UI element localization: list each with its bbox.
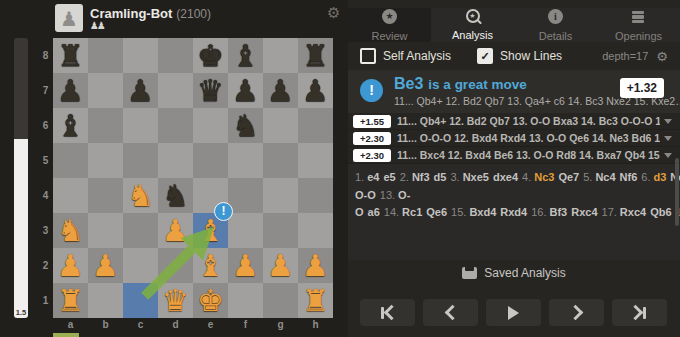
- layers-icon: [631, 9, 646, 28]
- square-d4[interactable]: ♞: [158, 178, 193, 213]
- black-knight-f6[interactable]: ♞: [228, 108, 263, 143]
- magnifier-icon: ★: [466, 9, 480, 27]
- tab-openings[interactable]: Openings: [597, 8, 680, 42]
- square-g8[interactable]: [263, 38, 298, 73]
- move-san-black[interactable]: Rxd4: [500, 206, 527, 218]
- file-label-h: h: [298, 319, 333, 332]
- file-label-b: b: [88, 319, 123, 332]
- board-settings-gear-icon[interactable]: ⚙: [327, 4, 340, 22]
- square-e8[interactable]: ♚: [193, 38, 228, 73]
- save-icon: [462, 267, 477, 279]
- move-san-black[interactable]: Rxc4: [571, 206, 597, 218]
- square-f5[interactable]: [228, 143, 263, 178]
- square-b6[interactable]: [88, 108, 123, 143]
- square-d1[interactable]: ♛: [158, 283, 193, 318]
- move-san-white[interactable]: Nc4: [595, 171, 615, 183]
- square-g1[interactable]: [263, 283, 298, 318]
- go-first-button[interactable]: [360, 299, 415, 326]
- move-san-black[interactable]: Qe7: [558, 171, 579, 183]
- square-b1[interactable]: [88, 283, 123, 318]
- black-pawn-c7[interactable]: ♟: [123, 73, 158, 108]
- avatar: ♟: [55, 4, 83, 32]
- rank-label-3: 3: [40, 213, 51, 248]
- analysis-settings-gear-icon[interactable]: ⚙: [656, 49, 668, 64]
- move-san-white[interactable]: Nc3: [534, 171, 554, 183]
- square-h4[interactable]: [298, 178, 333, 213]
- move-number: 5.: [583, 171, 592, 183]
- rank-label-2: 2: [40, 248, 51, 283]
- white-pawn-f2[interactable]: ♟: [228, 248, 263, 283]
- square-d8[interactable]: [158, 38, 193, 73]
- move-san-black[interactable]: d5: [434, 171, 447, 183]
- move-number: 1.: [355, 171, 364, 183]
- square-a1[interactable]: ♜: [53, 283, 88, 318]
- rank-labels: 87654321: [40, 38, 51, 318]
- square-f8[interactable]: ♝: [228, 38, 263, 73]
- square-c8[interactable]: [123, 38, 158, 73]
- file-label-e: e: [193, 319, 228, 332]
- square-d3[interactable]: ♟: [158, 213, 193, 248]
- black-king-e8[interactable]: ♚: [193, 38, 228, 73]
- great-move-icon: !: [360, 79, 383, 102]
- file-label-c: c: [123, 319, 158, 332]
- saved-analysis-label: Saved Analysis: [484, 266, 565, 280]
- square-c4[interactable]: ♞: [123, 178, 158, 213]
- engine-line-1[interactable]: +1.5511... Qb4+ 12. Bd2 Qb7 13. O-O Bxa3…: [348, 113, 680, 130]
- white-knight-c4[interactable]: ♞: [123, 178, 158, 213]
- self-analysis-option[interactable]: Self Analysis: [360, 48, 477, 64]
- line-eval-badge: +1.55: [353, 115, 391, 128]
- move-san-black[interactable]: Qb6: [650, 206, 671, 218]
- square-c7[interactable]: ♟: [123, 73, 158, 108]
- square-g6[interactable]: [263, 108, 298, 143]
- line-moves-text: 11... Bxc4 12. Bxd4 Be6 13. O-O Rd8 14. …: [397, 149, 660, 161]
- navigation-controls: [360, 299, 668, 326]
- move-san-white[interactable]: Nf3: [412, 171, 430, 183]
- move-san-white[interactable]: Bxd4: [469, 206, 496, 218]
- tab-details[interactable]: iDetails: [514, 8, 597, 42]
- move-san-white[interactable]: Rc1: [402, 206, 422, 218]
- square-a2[interactable]: ♟: [53, 248, 88, 283]
- move-number: 17.: [602, 206, 617, 218]
- square-g4[interactable]: [263, 178, 298, 213]
- square-h6[interactable]: [298, 108, 333, 143]
- square-h3[interactable]: [298, 213, 333, 248]
- white-queen-d1[interactable]: ♛: [158, 283, 193, 318]
- square-f6[interactable]: ♞: [228, 108, 263, 143]
- black-rook-h8[interactable]: ♜: [298, 38, 333, 73]
- pawns-icon: ♟♟: [90, 20, 104, 31]
- black-pawn-g7[interactable]: ♟: [263, 73, 298, 108]
- move-assessment: ! Be3is a great move 11... Qb4+ 12. Bd2 …: [348, 70, 680, 113]
- square-c2[interactable]: [123, 248, 158, 283]
- white-knight-a3[interactable]: ♞: [53, 213, 88, 248]
- white-pawn-b2[interactable]: ♟: [88, 248, 123, 283]
- square-c5[interactable]: [123, 143, 158, 178]
- move-list: 1.e4e52.Nf3d53.Nxe5dxe44.Nc3Qe75.Nc4Nf66…: [348, 164, 680, 260]
- move-san-white[interactable]: d3: [653, 171, 666, 183]
- tab-label: Openings: [615, 30, 662, 42]
- player-name-text: Cramling-Bot: [90, 6, 172, 21]
- rank-label-5: 5: [40, 143, 51, 178]
- black-bishop-a6[interactable]: ♝: [53, 108, 88, 143]
- rank-label-7: 7: [40, 73, 51, 108]
- go-previous-button[interactable]: [423, 299, 478, 326]
- white-rook-h1[interactable]: ♜: [298, 283, 333, 318]
- engine-line-2[interactable]: +2.3011... O-O-O 12. Bxd4 Rxd4 13. O-O Q…: [348, 130, 680, 147]
- chevron-down-icon[interactable]: [664, 136, 672, 141]
- black-knight-d4[interactable]: ♞: [158, 178, 193, 213]
- move-number: 2.: [400, 171, 409, 183]
- move-san-white[interactable]: Nxe5: [463, 171, 489, 183]
- square-c3[interactable]: [123, 213, 158, 248]
- rank-label-8: 8: [40, 38, 51, 73]
- line-eval-badge: +2.30: [353, 132, 391, 145]
- square-d2[interactable]: [158, 248, 193, 283]
- move-list-scrollbar[interactable]: [675, 158, 679, 226]
- square-a4[interactable]: [53, 178, 88, 213]
- tab-bar: ★Review★AnalysisiDetailsOpenings: [348, 8, 680, 42]
- square-e5[interactable]: [193, 143, 228, 178]
- star-circle-icon: ★: [382, 9, 397, 28]
- square-h5[interactable]: [298, 143, 333, 178]
- file-labels: abcdefgh: [53, 319, 333, 332]
- square-a5[interactable]: [53, 143, 88, 178]
- play-button[interactable]: [486, 299, 541, 326]
- assessment-text: is a great move: [428, 77, 526, 92]
- black-rook-a8[interactable]: ♜: [53, 38, 88, 73]
- square-b7[interactable]: [88, 73, 123, 108]
- square-b8[interactable]: [88, 38, 123, 73]
- square-h7[interactable]: ♟: [298, 73, 333, 108]
- square-a8[interactable]: ♜: [53, 38, 88, 73]
- white-rook-a1[interactable]: ♜: [53, 283, 88, 318]
- file-label-f: f: [228, 319, 263, 332]
- go-last-button[interactable]: [612, 299, 667, 326]
- line-moves-text: 11... Qb4+ 12. Bd2 Qb7 13. O-O Bxa3 14. …: [397, 115, 660, 127]
- evaluation-bar-label: 1.5: [14, 308, 28, 317]
- evaluation-badge: +1.32: [620, 78, 664, 98]
- move-san-white[interactable]: Rxc4: [620, 206, 646, 218]
- black-pawn-a7[interactable]: ♟: [53, 73, 88, 108]
- square-g3[interactable]: [263, 213, 298, 248]
- line-eval-badge: +2.30: [353, 149, 391, 162]
- move-number: 6.: [641, 171, 650, 183]
- show-lines-label[interactable]: Show Lines: [500, 49, 562, 63]
- move-san-black[interactable]: Qe6: [426, 206, 447, 218]
- move-number: 14.: [384, 206, 399, 218]
- rank-label-4: 4: [40, 178, 51, 213]
- file-label-d: d: [158, 319, 193, 332]
- bottom-avatar-sliver: [53, 333, 79, 337]
- white-pawn-d3[interactable]: ♟: [158, 213, 193, 248]
- square-f3[interactable]: [228, 213, 263, 248]
- depth-indicator: depth=17: [602, 50, 648, 62]
- square-c6[interactable]: [123, 108, 158, 143]
- white-king-e1[interactable]: ♚: [193, 283, 228, 318]
- go-next-button[interactable]: [549, 299, 604, 326]
- white-pawn-h2[interactable]: ♟: [298, 248, 333, 283]
- engine-line-3[interactable]: +2.3011... Bxc4 12. Bxd4 Be6 13. O-O Rd8…: [348, 147, 680, 164]
- move-san-black[interactable]: Nf6: [620, 171, 638, 183]
- tab-label: Details: [539, 30, 573, 42]
- square-f7[interactable]: ♟: [228, 73, 263, 108]
- line-moves-text: 11... O-O-O 12. Bxd4 Rxd4 13. O-O Qe6 14…: [397, 132, 660, 144]
- move-san-white[interactable]: e4: [367, 171, 379, 183]
- info-icon: i: [548, 9, 563, 28]
- chevron-down-icon[interactable]: [664, 153, 672, 158]
- tab-label: Review: [371, 30, 407, 42]
- square-g2[interactable]: ♟: [263, 248, 298, 283]
- black-pawn-f7[interactable]: ♟: [228, 73, 263, 108]
- square-d5[interactable]: [158, 143, 193, 178]
- player-rating: (2100): [176, 7, 211, 21]
- square-b2[interactable]: ♟: [88, 248, 123, 283]
- move-san-white[interactable]: Bf3: [550, 206, 568, 218]
- square-e7[interactable]: ♛: [193, 73, 228, 108]
- player-name: Cramling-Bot(2100): [90, 6, 211, 21]
- chess-board[interactable]: ♜♚♝♜♟♟♛♟♟♟♝♞♞♞♞♟♝♟♟♝♟♟♟♜♛♚♜: [53, 38, 333, 318]
- square-d7[interactable]: [158, 73, 193, 108]
- square-c1[interactable]: [123, 283, 158, 318]
- square-g7[interactable]: ♟: [263, 73, 298, 108]
- square-e2[interactable]: ♝: [193, 248, 228, 283]
- tab-analysis[interactable]: ★Analysis: [431, 8, 514, 42]
- engine-lines: +1.5511... Qb4+ 12. Bd2 Qb7 13. O-O Bxa3…: [348, 113, 680, 164]
- tab-label: Analysis: [452, 29, 493, 41]
- move-number: 15.: [451, 206, 466, 218]
- square-a3[interactable]: ♞: [53, 213, 88, 248]
- evaluation-bar: 1.5: [14, 38, 28, 318]
- white-bishop-e2[interactable]: ♝: [193, 248, 228, 283]
- assessed-move: Be3: [394, 75, 423, 92]
- show-lines-checkbox[interactable]: ✓: [477, 48, 493, 64]
- square-d6[interactable]: [158, 108, 193, 143]
- square-a6[interactable]: ♝: [53, 108, 88, 143]
- show-lines-option[interactable]: ✓ Show Lines: [477, 48, 588, 64]
- move-san-black[interactable]: e5: [383, 171, 395, 183]
- square-b3[interactable]: [88, 213, 123, 248]
- move-san-black[interactable]: dxe4: [493, 171, 518, 183]
- rank-label-1: 1: [40, 283, 51, 318]
- square-h8[interactable]: ♜: [298, 38, 333, 73]
- square-a7[interactable]: ♟: [53, 73, 88, 108]
- black-pawn-h7[interactable]: ♟: [298, 73, 333, 108]
- move-number: 3.: [450, 171, 459, 183]
- options-row: Self Analysis ✓ Show Lines depth=17 ⚙: [348, 42, 680, 70]
- black-bishop-f8[interactable]: ♝: [228, 38, 263, 73]
- square-f1[interactable]: [228, 283, 263, 318]
- square-h2[interactable]: ♟: [298, 248, 333, 283]
- square-h1[interactable]: ♜: [298, 283, 333, 318]
- rank-label-6: 6: [40, 108, 51, 143]
- white-pawn-a2[interactable]: ♟: [53, 248, 88, 283]
- move-number: 13.: [380, 189, 395, 201]
- analysis-panel: ★Review★AnalysisiDetailsOpenings Self An…: [348, 0, 680, 337]
- square-g5[interactable]: [263, 143, 298, 178]
- black-queen-e7[interactable]: ♛: [193, 73, 228, 108]
- square-b4[interactable]: [88, 178, 123, 213]
- file-label-a: a: [53, 319, 88, 332]
- square-e6[interactable]: [193, 108, 228, 143]
- file-label-g: g: [263, 319, 298, 332]
- square-f2[interactable]: ♟: [228, 248, 263, 283]
- assessment-title: Be3is a great move: [394, 75, 527, 93]
- analysis-app: ♟ Cramling-Bot(2100) ♟♟ ⚙ 1.5 87654321 ♜…: [0, 0, 680, 337]
- move-number: 16.: [531, 206, 546, 218]
- tab-review[interactable]: ★Review: [348, 8, 431, 42]
- saved-analysis-button[interactable]: Saved Analysis: [348, 261, 680, 285]
- move-san-black[interactable]: a6: [368, 206, 380, 218]
- square-f4[interactable]: [228, 178, 263, 213]
- chevron-down-icon[interactable]: [664, 119, 672, 124]
- self-analysis-label[interactable]: Self Analysis: [383, 49, 451, 63]
- white-pawn-g2[interactable]: ♟: [263, 248, 298, 283]
- great-move-badge-icon: !: [214, 202, 233, 221]
- square-b5[interactable]: [88, 143, 123, 178]
- evaluation-bar-white: [14, 139, 28, 318]
- square-e1[interactable]: ♚: [193, 283, 228, 318]
- move-number: 4.: [522, 171, 531, 183]
- self-analysis-checkbox[interactable]: [360, 48, 376, 64]
